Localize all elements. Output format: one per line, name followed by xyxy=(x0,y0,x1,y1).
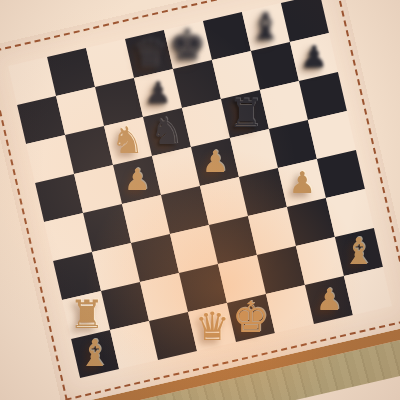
square-d8[interactable]: ♛ xyxy=(125,30,173,78)
product-photo-scene: ♛♚♝♟♟♞♞♜♟♟♟♜♝♝♛♚♟ xyxy=(0,0,400,400)
piece-black-rook[interactable]: ♜ xyxy=(227,94,262,134)
piece-white-rook[interactable]: ♜ xyxy=(69,295,104,335)
piece-black-bishop[interactable]: ♝ xyxy=(249,7,282,47)
piece-white-pawn[interactable]: ♟ xyxy=(202,142,229,182)
board-assembly: ♛♚♝♟♟♞♞♜♟♟♟♜♝♝♛♚♟ xyxy=(0,0,400,400)
piece-white-bishop[interactable]: ♝ xyxy=(342,232,375,272)
piece-black-pawn[interactable]: ♟ xyxy=(145,73,172,113)
piece-white-pawn[interactable]: ♟ xyxy=(315,280,342,320)
piece-black-knight[interactable]: ♞ xyxy=(150,112,183,152)
piece-black-pawn[interactable]: ♟ xyxy=(300,37,327,77)
square-e1[interactable]: ♚ xyxy=(227,294,275,342)
square-h1[interactable] xyxy=(344,267,392,315)
chessboard[interactable]: ♛♚♝♟♟♞♞♜♟♟♟♜♝♝♛♚♟ xyxy=(8,0,392,378)
square-f6[interactable]: ♜ xyxy=(221,90,269,138)
piece-white-pawn[interactable]: ♟ xyxy=(124,160,151,200)
piece-black-king[interactable]: ♚ xyxy=(169,25,207,65)
piece-white-bishop[interactable]: ♝ xyxy=(78,334,111,374)
piece-black-queen[interactable]: ♛ xyxy=(132,34,167,74)
piece-white-king[interactable]: ♚ xyxy=(232,298,270,338)
piece-white-pawn[interactable]: ♟ xyxy=(288,163,315,203)
square-e8[interactable]: ♚ xyxy=(164,21,212,69)
leather-board: ♛♚♝♟♟♞♞♜♟♟♟♜♝♝♛♚♟ xyxy=(0,0,400,400)
piece-white-knight[interactable]: ♞ xyxy=(111,121,144,161)
square-d1[interactable]: ♛ xyxy=(188,303,236,351)
piece-white-queen[interactable]: ♛ xyxy=(195,307,230,347)
